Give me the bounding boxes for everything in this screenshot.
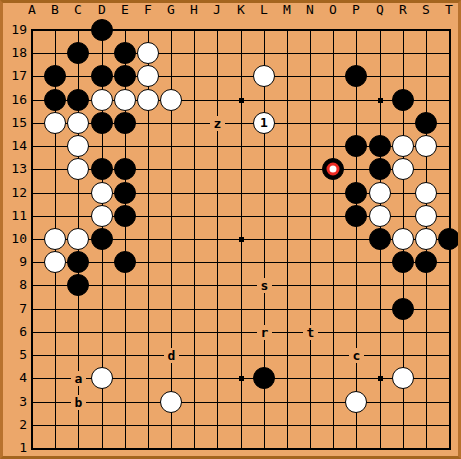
point-label-c[interactable]: c	[349, 348, 364, 363]
black-stone-E12[interactable]	[114, 182, 136, 204]
black-stone-P17[interactable]	[345, 65, 367, 87]
white-stone-C15[interactable]	[67, 112, 89, 134]
black-stone-S9[interactable]	[415, 251, 437, 273]
column-label: A	[24, 3, 40, 17]
black-stone-Q13[interactable]	[369, 158, 391, 180]
column-label: N	[302, 3, 318, 17]
white-stone-B9[interactable]	[44, 251, 66, 273]
column-label: S	[418, 3, 434, 17]
white-stone-G16[interactable]	[160, 89, 182, 111]
row-label: 9	[4, 255, 27, 269]
white-stone-C14[interactable]	[67, 135, 89, 157]
black-stone-D13[interactable]	[91, 158, 113, 180]
row-label: 8	[4, 278, 27, 292]
white-stone-C10[interactable]	[67, 228, 89, 250]
white-stone-R4[interactable]	[392, 367, 414, 389]
white-stone-C13[interactable]	[67, 158, 89, 180]
star-point	[239, 237, 244, 242]
black-stone-E9[interactable]	[114, 251, 136, 273]
column-label: F	[140, 3, 156, 17]
star-point	[239, 376, 244, 381]
white-stone-D11[interactable]	[91, 205, 113, 227]
black-stone-R7[interactable]	[392, 298, 414, 320]
black-stone-P14[interactable]	[345, 135, 367, 157]
black-stone-L4[interactable]	[253, 367, 275, 389]
black-stone-R16[interactable]	[392, 89, 414, 111]
white-stone-R13[interactable]	[392, 158, 414, 180]
white-stone-D16[interactable]	[91, 89, 113, 111]
row-label: 3	[4, 395, 27, 409]
black-stone-E18[interactable]	[114, 42, 136, 64]
row-label: 16	[4, 93, 27, 107]
column-label: J	[209, 3, 225, 17]
white-stone-L15[interactable]: 1	[253, 112, 275, 134]
column-label: Q	[372, 3, 388, 17]
go-board-frame: ABCDEFGHJKLMNOPQRST191817161514131211109…	[0, 0, 461, 459]
row-label: 1	[4, 441, 27, 455]
black-stone-Q10[interactable]	[369, 228, 391, 250]
column-label: T	[441, 3, 457, 17]
row-label: 11	[4, 209, 27, 223]
black-stone-E17[interactable]	[114, 65, 136, 87]
black-stone-D15[interactable]	[91, 112, 113, 134]
point-label-b[interactable]: b	[71, 395, 86, 410]
column-label: M	[279, 3, 295, 17]
black-stone-D19[interactable]	[91, 19, 113, 41]
white-stone-D4[interactable]	[91, 367, 113, 389]
row-label: 15	[4, 116, 27, 130]
point-label-r[interactable]: r	[257, 325, 272, 340]
black-stone-D17[interactable]	[91, 65, 113, 87]
row-label: 14	[4, 139, 27, 153]
row-label: 13	[4, 162, 27, 176]
black-stone-E13[interactable]	[114, 158, 136, 180]
column-label: K	[233, 3, 249, 17]
white-stone-D12[interactable]	[91, 182, 113, 204]
row-label: 4	[4, 371, 27, 385]
row-label: 10	[4, 232, 27, 246]
black-stone-C9[interactable]	[67, 251, 89, 273]
black-stone-E15[interactable]	[114, 112, 136, 134]
white-stone-P3[interactable]	[345, 391, 367, 413]
white-stone-R10[interactable]	[392, 228, 414, 250]
black-stone-T10[interactable]	[438, 228, 460, 250]
black-stone-B16[interactable]	[44, 89, 66, 111]
column-label: P	[348, 3, 364, 17]
row-label: 2	[4, 418, 27, 432]
point-label-s[interactable]: s	[257, 278, 272, 293]
black-stone-C18[interactable]	[67, 42, 89, 64]
black-stone-C8[interactable]	[67, 274, 89, 296]
white-stone-Q11[interactable]	[369, 205, 391, 227]
column-label: H	[186, 3, 202, 17]
white-stone-B15[interactable]	[44, 112, 66, 134]
black-stone-Q14[interactable]	[369, 135, 391, 157]
row-label: 17	[4, 69, 27, 83]
black-stone-C16[interactable]	[67, 89, 89, 111]
column-label: R	[395, 3, 411, 17]
row-label: 5	[4, 348, 27, 362]
column-label: O	[325, 3, 341, 17]
white-stone-Q12[interactable]	[369, 182, 391, 204]
star-point	[378, 98, 383, 103]
black-stone-P11[interactable]	[345, 205, 367, 227]
white-stone-S11[interactable]	[415, 205, 437, 227]
column-label: E	[117, 3, 133, 17]
row-label: 19	[4, 23, 27, 37]
white-stone-R14[interactable]	[392, 135, 414, 157]
point-label-t[interactable]: t	[303, 325, 318, 340]
white-stone-F16[interactable]	[137, 89, 159, 111]
white-stone-S14[interactable]	[415, 135, 437, 157]
black-stone-P12[interactable]	[345, 182, 367, 204]
black-stone-O13[interactable]	[322, 158, 344, 180]
white-stone-E16[interactable]	[114, 89, 136, 111]
white-stone-S10[interactable]	[415, 228, 437, 250]
black-stone-E11[interactable]	[114, 205, 136, 227]
white-stone-B10[interactable]	[44, 228, 66, 250]
white-stone-L17[interactable]	[253, 65, 275, 87]
column-label: C	[70, 3, 86, 17]
column-label: D	[94, 3, 110, 17]
point-label-d[interactable]: d	[164, 348, 179, 363]
column-label: G	[163, 3, 179, 17]
star-point	[378, 376, 383, 381]
point-label-z[interactable]: z	[210, 116, 225, 131]
star-point	[239, 98, 244, 103]
row-label: 18	[4, 46, 27, 60]
white-stone-F17[interactable]	[137, 65, 159, 87]
black-stone-R9[interactable]	[392, 251, 414, 273]
column-label: B	[47, 3, 63, 17]
black-stone-S15[interactable]	[415, 112, 437, 134]
row-label: 6	[4, 325, 27, 339]
row-label: 12	[4, 186, 27, 200]
white-stone-G3[interactable]	[160, 391, 182, 413]
point-label-a[interactable]: a	[71, 371, 86, 386]
red-circle-marker	[327, 163, 340, 176]
column-label: L	[256, 3, 272, 17]
white-stone-S12[interactable]	[415, 182, 437, 204]
black-stone-D10[interactable]	[91, 228, 113, 250]
row-label: 7	[4, 302, 27, 316]
white-stone-F18[interactable]	[137, 42, 159, 64]
black-stone-B17[interactable]	[44, 65, 66, 87]
